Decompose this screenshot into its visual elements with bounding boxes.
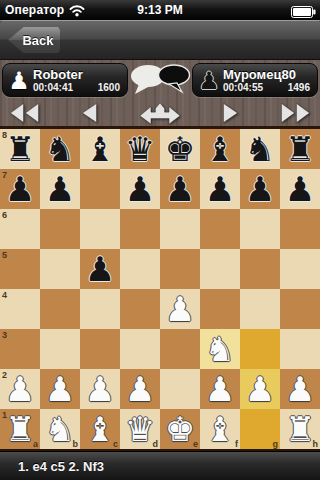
square-g3[interactable] bbox=[240, 329, 280, 369]
square-h1[interactable]: h♜ bbox=[280, 409, 320, 449]
rank-label-1: 1 bbox=[2, 410, 7, 420]
square-f4[interactable] bbox=[200, 289, 240, 329]
step-forward-button[interactable] bbox=[223, 103, 238, 123]
square-f8[interactable]: ♝ bbox=[200, 129, 240, 169]
rank-label-2: 2 bbox=[2, 370, 7, 380]
square-a1[interactable]: 1a♜ bbox=[0, 409, 40, 449]
fast-backward-button[interactable] bbox=[10, 103, 39, 123]
playback-controls bbox=[0, 100, 320, 126]
square-h4[interactable] bbox=[280, 289, 320, 329]
black-pawn[interactable]: ♟ bbox=[80, 249, 120, 289]
square-f1[interactable]: f♝ bbox=[200, 409, 240, 449]
square-a3[interactable]: 3 bbox=[0, 329, 40, 369]
file-label-e: e bbox=[193, 439, 198, 449]
square-g5[interactable] bbox=[240, 249, 280, 289]
back-button-label: Back bbox=[22, 33, 53, 48]
black-player-info: 00:04:55 1496 bbox=[223, 82, 310, 95]
chat-button[interactable] bbox=[128, 63, 192, 97]
file-label-d: d bbox=[153, 439, 159, 449]
file-label-c: c bbox=[113, 439, 118, 449]
black-pawn[interactable]: ♟ bbox=[160, 169, 200, 209]
square-d7[interactable]: ♟ bbox=[120, 169, 160, 209]
square-g1[interactable]: g bbox=[240, 409, 280, 449]
flip-board-icon bbox=[140, 102, 180, 125]
black-knight[interactable]: ♞ bbox=[40, 129, 80, 169]
square-b2[interactable]: ♟ bbox=[40, 369, 80, 409]
square-h2[interactable]: ♟ bbox=[280, 369, 320, 409]
black-bishop[interactable]: ♝ bbox=[80, 129, 120, 169]
square-c1[interactable]: c♝ bbox=[80, 409, 120, 449]
square-f3[interactable]: ♞ bbox=[200, 329, 240, 369]
white-player-panel: ♟ Roboter 00:04:41 1600 bbox=[2, 63, 128, 97]
square-a5[interactable]: 5 bbox=[0, 249, 40, 289]
white-pawn[interactable]: ♟ bbox=[280, 369, 320, 409]
square-c8[interactable]: ♝ bbox=[80, 129, 120, 169]
square-b8[interactable]: ♞ bbox=[40, 129, 80, 169]
square-h8[interactable]: ♜ bbox=[280, 129, 320, 169]
square-b6[interactable] bbox=[40, 209, 80, 249]
square-d2[interactable]: ♟ bbox=[120, 369, 160, 409]
black-bishop[interactable]: ♝ bbox=[200, 129, 240, 169]
white-bishop[interactable]: ♝ bbox=[200, 409, 240, 449]
square-b5[interactable] bbox=[40, 249, 80, 289]
black-knight[interactable]: ♞ bbox=[240, 129, 280, 169]
white-pawn[interactable]: ♟ bbox=[120, 369, 160, 409]
square-g2[interactable]: ♟ bbox=[240, 369, 280, 409]
square-h3[interactable] bbox=[280, 329, 320, 369]
white-player-clock: 00:04:41 bbox=[33, 82, 73, 95]
white-pawn[interactable]: ♟ bbox=[160, 289, 200, 329]
rank-label-3: 3 bbox=[2, 330, 7, 340]
square-b3[interactable] bbox=[40, 329, 80, 369]
square-a4[interactable]: 4 bbox=[0, 289, 40, 329]
square-h5[interactable] bbox=[280, 249, 320, 289]
flip-board-button[interactable] bbox=[140, 102, 180, 125]
square-e5[interactable] bbox=[160, 249, 200, 289]
square-e2[interactable] bbox=[160, 369, 200, 409]
black-pawn[interactable]: ♟ bbox=[120, 169, 160, 209]
white-knight[interactable]: ♞ bbox=[200, 329, 240, 369]
white-pawn[interactable]: ♟ bbox=[200, 369, 240, 409]
square-b4[interactable] bbox=[40, 289, 80, 329]
black-pawn[interactable]: ♟ bbox=[40, 169, 80, 209]
square-h7[interactable]: ♟ bbox=[280, 169, 320, 209]
step-backward-button[interactable] bbox=[82, 103, 97, 123]
rank-label-5: 5 bbox=[2, 250, 7, 260]
file-label-b: b bbox=[73, 439, 79, 449]
square-f2[interactable]: ♟ bbox=[200, 369, 240, 409]
square-c7[interactable] bbox=[80, 169, 120, 209]
square-e6[interactable] bbox=[160, 209, 200, 249]
white-pawn-icon: ♟ bbox=[8, 66, 30, 95]
square-b1[interactable]: b♞ bbox=[40, 409, 80, 449]
move-list-bar: 1. e4 c5 2. Nf3 bbox=[0, 451, 320, 480]
black-player-panel: ♟ Муромец80 00:04:55 1496 bbox=[192, 63, 318, 97]
file-label-g: g bbox=[273, 439, 279, 449]
square-f5[interactable] bbox=[200, 249, 240, 289]
rank-label-7: 7 bbox=[2, 170, 7, 180]
square-d5[interactable] bbox=[120, 249, 160, 289]
square-e8[interactable]: ♚ bbox=[160, 129, 200, 169]
square-c4[interactable] bbox=[80, 289, 120, 329]
clock-time: 9:13 PM bbox=[0, 3, 320, 17]
rank-label-6: 6 bbox=[2, 210, 7, 220]
square-e4[interactable]: ♟ bbox=[160, 289, 200, 329]
rank-label-4: 4 bbox=[2, 290, 7, 300]
status-bar: Оператор 9:13 PM bbox=[0, 0, 320, 20]
square-f7[interactable]: ♟ bbox=[200, 169, 240, 209]
square-c5[interactable]: ♟ bbox=[80, 249, 120, 289]
white-player-info: 00:04:41 1600 bbox=[33, 82, 120, 95]
square-c6[interactable] bbox=[80, 209, 120, 249]
square-d6[interactable] bbox=[120, 209, 160, 249]
square-d3[interactable] bbox=[120, 329, 160, 369]
board-frame: 8♜♞♝♛♚♝♞♜7♟♟♟♟♟♟♟65♟4♟3♞2♟♟♟♟♟♟♟1a♜b♞c♝d… bbox=[0, 126, 320, 451]
black-player-clock: 00:04:55 bbox=[223, 82, 263, 95]
square-e3[interactable] bbox=[160, 329, 200, 369]
black-pawn[interactable]: ♟ bbox=[240, 169, 280, 209]
black-pawn[interactable]: ♟ bbox=[200, 169, 240, 209]
square-g4[interactable] bbox=[240, 289, 280, 329]
square-c3[interactable] bbox=[80, 329, 120, 369]
white-pawn[interactable]: ♟ bbox=[80, 369, 120, 409]
file-label-f: f bbox=[235, 439, 238, 449]
square-e1[interactable]: e♚ bbox=[160, 409, 200, 449]
square-c2[interactable]: ♟ bbox=[80, 369, 120, 409]
black-king[interactable]: ♚ bbox=[160, 129, 200, 169]
black-rook[interactable]: ♜ bbox=[280, 129, 320, 169]
square-b7[interactable]: ♟ bbox=[40, 169, 80, 209]
square-f6[interactable] bbox=[200, 209, 240, 249]
black-queen[interactable]: ♛ bbox=[120, 129, 160, 169]
square-g7[interactable]: ♟ bbox=[240, 169, 280, 209]
square-a7[interactable]: 7♟ bbox=[0, 169, 40, 209]
black-player-rating: 1496 bbox=[288, 82, 310, 95]
square-h6[interactable] bbox=[280, 209, 320, 249]
speech-bubbles-icon bbox=[129, 64, 191, 96]
back-button[interactable]: Back bbox=[8, 27, 60, 53]
black-player-name: Муромец80 bbox=[223, 66, 310, 82]
square-d8[interactable]: ♛ bbox=[120, 129, 160, 169]
nav-bar: Back bbox=[0, 20, 320, 60]
rank-label-8: 8 bbox=[2, 130, 7, 140]
square-a8[interactable]: 8♜ bbox=[0, 129, 40, 169]
square-g6[interactable] bbox=[240, 209, 280, 249]
black-pawn-icon: ♟ bbox=[198, 66, 220, 95]
square-d1[interactable]: d♛ bbox=[120, 409, 160, 449]
chess-app: Оператор 9:13 PM Back ♟ Roboter 00:04:4 bbox=[0, 0, 320, 480]
chess-board: 8♜♞♝♛♚♝♞♜7♟♟♟♟♟♟♟65♟4♟3♞2♟♟♟♟♟♟♟1a♜b♞c♝d… bbox=[0, 129, 320, 449]
battery-icon bbox=[291, 4, 316, 22]
white-player-rating: 1600 bbox=[98, 82, 120, 95]
white-pawn[interactable]: ♟ bbox=[240, 369, 280, 409]
square-g8[interactable]: ♞ bbox=[240, 129, 280, 169]
file-label-h: h bbox=[313, 439, 319, 449]
square-d4[interactable] bbox=[120, 289, 160, 329]
move-list: 1. e4 c5 2. Nf3 bbox=[18, 459, 104, 474]
white-pawn[interactable]: ♟ bbox=[40, 369, 80, 409]
square-a2[interactable]: 2♟ bbox=[0, 369, 40, 409]
white-player-name: Roboter bbox=[33, 66, 120, 82]
fast-forward-button[interactable] bbox=[281, 103, 310, 123]
black-pawn[interactable]: ♟ bbox=[280, 169, 320, 209]
file-label-a: a bbox=[33, 439, 38, 449]
square-e7[interactable]: ♟ bbox=[160, 169, 200, 209]
square-a6[interactable]: 6 bbox=[0, 209, 40, 249]
